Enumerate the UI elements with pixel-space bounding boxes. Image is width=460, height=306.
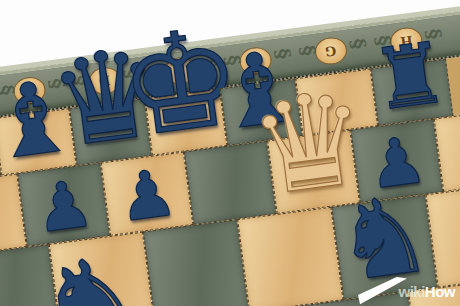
photo-chess-scene: A§§B§§C§§D§§E§§F§§G§§H§§ ♝♛♚♝♜♟♟♛♟♟♞♞ wi… xyxy=(0,0,460,306)
square-e6 xyxy=(237,207,343,306)
scrollwork-ornament: § xyxy=(195,57,220,71)
piece-blue-pawn-d7: ♟ xyxy=(114,161,180,230)
watermark-how-label: How xyxy=(425,283,455,300)
square-d7: ♟ xyxy=(100,152,193,236)
square-f8: ♝ xyxy=(220,78,303,145)
scrollwork-ornament: § xyxy=(271,47,296,61)
piece-blue-pawn-g7: ♟ xyxy=(364,129,430,198)
wikihow-watermark: wikiHow xyxy=(358,277,460,306)
square-h8: ♜ xyxy=(371,59,454,126)
square-d8: ♛ xyxy=(69,98,152,165)
square-e8: ♚ xyxy=(144,88,227,155)
square-g7: ♟ xyxy=(350,119,443,203)
scrollwork-ornament: § xyxy=(120,67,145,81)
file-label: C xyxy=(24,84,36,98)
scrollwork-ornament: § xyxy=(346,37,371,51)
square-c6: ♞ xyxy=(49,232,155,306)
square-g8 xyxy=(295,68,378,135)
piece-blue-pawn-c7: ♟ xyxy=(31,172,97,241)
watermark-wiki-label: wiki xyxy=(398,283,424,300)
file-label: H xyxy=(399,34,413,48)
chessboard: A§§B§§C§§D§§E§§F§§G§§H§§ ♝♛♚♝♜♟♟♛♟♟♞♞ xyxy=(0,0,460,306)
scrollwork-ornament: § xyxy=(421,27,446,41)
square-d6 xyxy=(143,219,249,306)
file-label: E xyxy=(174,64,186,78)
file-label: G xyxy=(325,44,338,58)
square-c7: ♟ xyxy=(17,163,110,247)
watermark-text: wikiHow xyxy=(398,284,455,299)
file-label: F xyxy=(250,54,261,68)
file-label: D xyxy=(98,74,111,88)
square-c8: ♝ xyxy=(0,108,77,175)
square-e7 xyxy=(184,141,277,225)
piece-blue-pawn-h7: ♟ xyxy=(447,118,460,187)
square-f7: ♛ xyxy=(267,130,360,214)
scrollwork-ornament: § xyxy=(44,77,69,91)
